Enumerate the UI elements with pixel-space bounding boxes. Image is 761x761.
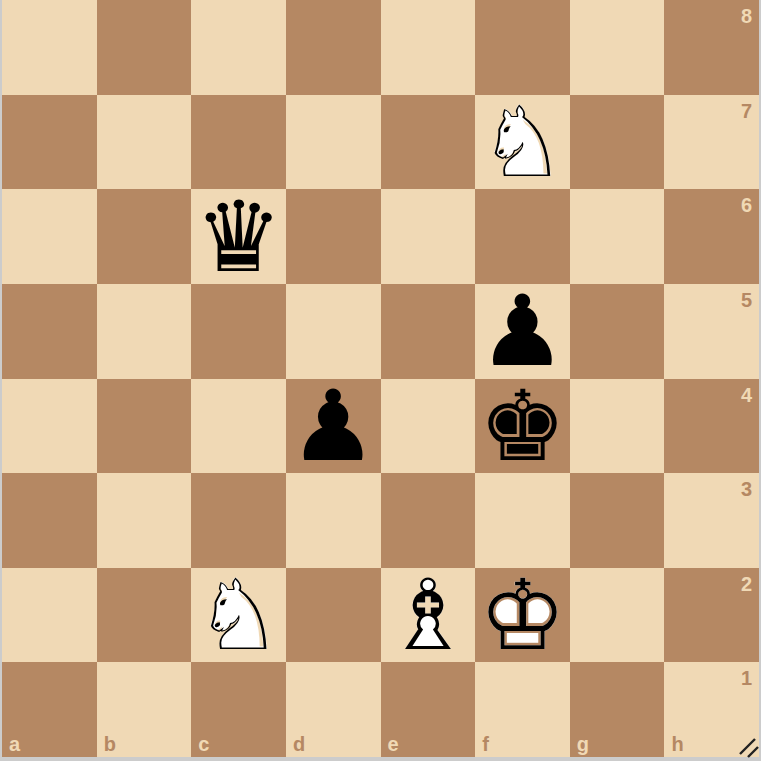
square-d1[interactable]: d <box>286 662 381 757</box>
square-a5[interactable] <box>2 284 97 379</box>
square-d6[interactable] <box>286 189 381 284</box>
black-pawn[interactable]: ♟ <box>286 379 381 474</box>
square-h6[interactable]: 6 <box>664 189 759 284</box>
coord-rank-6: 6 <box>741 195 752 215</box>
white-bishop[interactable]: ♝♗ <box>381 568 476 663</box>
coord-rank-2: 2 <box>741 574 752 594</box>
square-b4[interactable] <box>97 379 192 474</box>
square-f7[interactable]: ♞♘ <box>475 95 570 190</box>
square-d3[interactable] <box>286 473 381 568</box>
square-g5[interactable] <box>570 284 665 379</box>
white-bishop-outline-glyph: ♗ <box>381 568 476 663</box>
square-a6[interactable] <box>2 189 97 284</box>
square-e6[interactable] <box>381 189 476 284</box>
square-c6[interactable]: ♛ <box>191 189 286 284</box>
square-b7[interactable] <box>97 95 192 190</box>
square-c1[interactable]: c <box>191 662 286 757</box>
white-knight[interactable]: ♞♘ <box>191 568 286 663</box>
white-king-outline-glyph: ♔ <box>475 568 570 663</box>
square-e3[interactable] <box>381 473 476 568</box>
square-e7[interactable] <box>381 95 476 190</box>
square-a2[interactable] <box>2 568 97 663</box>
square-a1[interactable]: a <box>2 662 97 757</box>
square-a7[interactable] <box>2 95 97 190</box>
coord-file-e: e <box>388 734 399 754</box>
square-f1[interactable]: f <box>475 662 570 757</box>
square-b8[interactable] <box>97 0 192 95</box>
white-knight-outline-glyph: ♘ <box>475 95 570 190</box>
square-g3[interactable] <box>570 473 665 568</box>
coord-file-f: f <box>482 734 489 754</box>
square-a8[interactable] <box>2 0 97 95</box>
square-f2[interactable]: ♚♔ <box>475 568 570 663</box>
coord-file-g: g <box>577 734 589 754</box>
coord-rank-4: 4 <box>741 385 752 405</box>
black-queen[interactable]: ♛ <box>191 189 286 284</box>
coord-file-b: b <box>104 734 116 754</box>
square-g7[interactable] <box>570 95 665 190</box>
square-c8[interactable] <box>191 0 286 95</box>
square-c7[interactable] <box>191 95 286 190</box>
square-d5[interactable] <box>286 284 381 379</box>
coord-rank-8: 8 <box>741 6 752 26</box>
square-h8[interactable]: 8 <box>664 0 759 95</box>
square-f6[interactable] <box>475 189 570 284</box>
square-g1[interactable]: g <box>570 662 665 757</box>
square-b6[interactable] <box>97 189 192 284</box>
square-h7[interactable]: 7 <box>664 95 759 190</box>
square-c5[interactable] <box>191 284 286 379</box>
square-b2[interactable] <box>97 568 192 663</box>
square-c2[interactable]: ♞♘ <box>191 568 286 663</box>
square-f4[interactable]: ♚ <box>475 379 570 474</box>
square-c3[interactable] <box>191 473 286 568</box>
square-g4[interactable] <box>570 379 665 474</box>
square-b3[interactable] <box>97 473 192 568</box>
square-g8[interactable] <box>570 0 665 95</box>
black-pawn-glyph: ♟ <box>475 284 570 379</box>
square-e5[interactable] <box>381 284 476 379</box>
square-e4[interactable] <box>381 379 476 474</box>
square-e8[interactable] <box>381 0 476 95</box>
square-b1[interactable]: b <box>97 662 192 757</box>
square-h5[interactable]: 5 <box>664 284 759 379</box>
square-e1[interactable]: e <box>381 662 476 757</box>
black-king-glyph: ♚ <box>475 379 570 474</box>
square-c4[interactable] <box>191 379 286 474</box>
resize-handle-icon[interactable] <box>736 735 760 759</box>
coord-rank-1: 1 <box>741 668 752 688</box>
white-knight-outline-glyph: ♘ <box>191 568 286 663</box>
coord-file-d: d <box>293 734 305 754</box>
square-b5[interactable] <box>97 284 192 379</box>
square-e2[interactable]: ♝♗ <box>381 568 476 663</box>
coord-rank-5: 5 <box>741 290 752 310</box>
white-king[interactable]: ♚♔ <box>475 568 570 663</box>
coord-rank-7: 7 <box>741 101 752 121</box>
white-knight[interactable]: ♞♘ <box>475 95 570 190</box>
square-f8[interactable] <box>475 0 570 95</box>
coord-file-a: a <box>9 734 20 754</box>
chess-board[interactable]: 8♞♘7♛6♟5♟♚43♞♘♝♗♚♔2abcdefg1h <box>2 0 759 757</box>
square-h4[interactable]: 4 <box>664 379 759 474</box>
black-queen-glyph: ♛ <box>191 189 286 284</box>
square-g6[interactable] <box>570 189 665 284</box>
square-d2[interactable] <box>286 568 381 663</box>
square-a4[interactable] <box>2 379 97 474</box>
square-d7[interactable] <box>286 95 381 190</box>
black-pawn-glyph: ♟ <box>286 379 381 474</box>
coord-rank-3: 3 <box>741 479 752 499</box>
square-h2[interactable]: 2 <box>664 568 759 663</box>
square-f3[interactable] <box>475 473 570 568</box>
coord-file-c: c <box>198 734 209 754</box>
coord-file-h: h <box>671 734 683 754</box>
square-h3[interactable]: 3 <box>664 473 759 568</box>
square-d4[interactable]: ♟ <box>286 379 381 474</box>
black-king[interactable]: ♚ <box>475 379 570 474</box>
square-a3[interactable] <box>2 473 97 568</box>
square-f5[interactable]: ♟ <box>475 284 570 379</box>
square-g2[interactable] <box>570 568 665 663</box>
square-d8[interactable] <box>286 0 381 95</box>
black-pawn[interactable]: ♟ <box>475 284 570 379</box>
